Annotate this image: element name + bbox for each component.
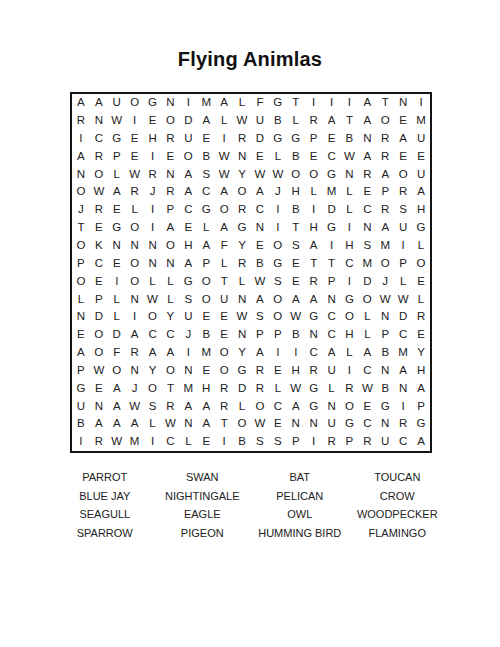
grid-cell-r7c6[interactable]: P	[161, 201, 179, 219]
grid-cell-r7c8[interactable]: G	[197, 201, 215, 219]
grid-cell-r1c15[interactable]: I	[323, 94, 341, 112]
grid-cell-r2c7[interactable]: D	[179, 112, 197, 130]
grid-cell-r16c5[interactable]: Y	[144, 362, 162, 380]
grid-cell-r15c2[interactable]: O	[90, 344, 108, 362]
grid-cell-r19c2[interactable]: A	[90, 415, 108, 433]
grid-cell-r1c7[interactable]: I	[179, 94, 197, 112]
grid-cell-r14c11[interactable]: P	[251, 326, 269, 344]
grid-cell-r4c10[interactable]: N	[233, 148, 251, 166]
grid-cell-r9c2[interactable]: K	[90, 237, 108, 255]
grid-cell-r17c10[interactable]: D	[233, 380, 251, 398]
grid-cell-r5c10[interactable]: Y	[233, 165, 251, 183]
grid-cell-r17c4[interactable]: J	[126, 380, 144, 398]
grid-cell-r19c8[interactable]: A	[197, 415, 215, 433]
grid-cell-r1c1[interactable]: A	[72, 94, 90, 112]
grid-cell-r10c4[interactable]: O	[126, 255, 144, 273]
grid-cell-r20c3[interactable]: W	[108, 433, 126, 451]
grid-cell-r18c7[interactable]: A	[179, 397, 197, 415]
grid-cell-r3c10[interactable]: R	[233, 130, 251, 148]
grid-cell-r6c3[interactable]: A	[108, 183, 126, 201]
grid-cell-r6c14[interactable]: L	[305, 183, 323, 201]
grid-cell-r11c19[interactable]: L	[394, 273, 412, 291]
grid-cell-r14c10[interactable]: N	[233, 326, 251, 344]
grid-cell-r1c13[interactable]: T	[287, 94, 305, 112]
grid-cell-r14c8[interactable]: B	[197, 326, 215, 344]
grid-cell-r3c14[interactable]: P	[305, 130, 323, 148]
grid-cell-r20c7[interactable]: L	[179, 433, 197, 451]
grid-cell-r5c13[interactable]: O	[287, 165, 305, 183]
grid-cell-r11c16[interactable]: I	[340, 273, 358, 291]
grid-cell-r18c19[interactable]: I	[394, 397, 412, 415]
grid-cell-r9c19[interactable]: I	[394, 237, 412, 255]
grid-cell-r2c8[interactable]: A	[197, 112, 215, 130]
grid-cell-r10c9[interactable]: L	[215, 255, 233, 273]
grid-cell-r10c6[interactable]: N	[161, 255, 179, 273]
grid-cell-r6c20[interactable]: A	[412, 183, 430, 201]
grid-cell-r4c5[interactable]: I	[144, 148, 162, 166]
grid-cell-r8c8[interactable]: L	[197, 219, 215, 237]
grid-cell-r10c13[interactable]: E	[287, 255, 305, 273]
grid-cell-r11c8[interactable]: O	[197, 273, 215, 291]
grid-cell-r6c6[interactable]: R	[161, 183, 179, 201]
grid-cell-r14c18[interactable]: P	[376, 326, 394, 344]
grid-cell-r15c8[interactable]: M	[197, 344, 215, 362]
grid-cell-r6c8[interactable]: C	[197, 183, 215, 201]
grid-cell-r15c12[interactable]: I	[269, 344, 287, 362]
grid-cell-r20c8[interactable]: E	[197, 433, 215, 451]
grid-cell-r11c5[interactable]: L	[144, 273, 162, 291]
grid-cell-r7c18[interactable]: R	[376, 201, 394, 219]
grid-cell-r10c11[interactable]: B	[251, 255, 269, 273]
grid-cell-r5c17[interactable]: R	[358, 165, 376, 183]
grid-cell-r19c5[interactable]: L	[144, 415, 162, 433]
grid-cell-r10c20[interactable]: O	[412, 255, 430, 273]
grid-cell-r17c17[interactable]: W	[358, 380, 376, 398]
grid-cell-r13c18[interactable]: N	[376, 308, 394, 326]
grid-cell-r9c6[interactable]: O	[161, 237, 179, 255]
grid-cell-r18c3[interactable]: A	[108, 397, 126, 415]
grid-cell-r13c4[interactable]: I	[126, 308, 144, 326]
grid-cell-r20c9[interactable]: I	[215, 433, 233, 451]
grid-cell-r2c12[interactable]: B	[269, 112, 287, 130]
grid-cell-r8c4[interactable]: O	[126, 219, 144, 237]
grid-cell-r1c8[interactable]: M	[197, 94, 215, 112]
grid-cell-r12c8[interactable]: O	[197, 290, 215, 308]
grid-cell-r13c7[interactable]: U	[179, 308, 197, 326]
grid-cell-r17c7[interactable]: M	[179, 380, 197, 398]
grid-cell-r19c18[interactable]: N	[376, 415, 394, 433]
grid-cell-r12c9[interactable]: U	[215, 290, 233, 308]
grid-cell-r19c10[interactable]: O	[233, 415, 251, 433]
grid-cell-r12c14[interactable]: A	[305, 290, 323, 308]
grid-cell-r15c3[interactable]: F	[108, 344, 126, 362]
grid-cell-r16c18[interactable]: N	[376, 362, 394, 380]
grid-cell-r6c11[interactable]: A	[251, 183, 269, 201]
grid-cell-r8c16[interactable]: I	[340, 219, 358, 237]
grid-cell-r1c11[interactable]: F	[251, 94, 269, 112]
grid-cell-r14c17[interactable]: L	[358, 326, 376, 344]
grid-cell-r9c12[interactable]: O	[269, 237, 287, 255]
grid-cell-r16c20[interactable]: H	[412, 362, 430, 380]
grid-cell-r1c17[interactable]: A	[358, 94, 376, 112]
grid-cell-r17c11[interactable]: R	[251, 380, 269, 398]
grid-cell-r2c17[interactable]: A	[358, 112, 376, 130]
grid-cell-r15c17[interactable]: A	[358, 344, 376, 362]
grid-cell-r5c19[interactable]: O	[394, 165, 412, 183]
grid-cell-r18c2[interactable]: N	[90, 397, 108, 415]
grid-cell-r20c14[interactable]: I	[305, 433, 323, 451]
grid-cell-r5c2[interactable]: O	[90, 165, 108, 183]
grid-cell-r18c12[interactable]: C	[269, 397, 287, 415]
grid-cell-r20c10[interactable]: B	[233, 433, 251, 451]
grid-cell-r6c17[interactable]: E	[358, 183, 376, 201]
grid-cell-r11c20[interactable]: E	[412, 273, 430, 291]
grid-cell-r16c2[interactable]: W	[90, 362, 108, 380]
grid-cell-r11c9[interactable]: T	[215, 273, 233, 291]
grid-cell-r8c12[interactable]: I	[269, 219, 287, 237]
grid-cell-r13c17[interactable]: L	[358, 308, 376, 326]
grid-cell-r2c15[interactable]: A	[323, 112, 341, 130]
grid-cell-r16c11[interactable]: R	[251, 362, 269, 380]
grid-cell-r6c7[interactable]: A	[179, 183, 197, 201]
grid-cell-r7c20[interactable]: H	[412, 201, 430, 219]
grid-cell-r14c5[interactable]: C	[144, 326, 162, 344]
grid-cell-r17c19[interactable]: N	[394, 380, 412, 398]
grid-cell-r12c16[interactable]: G	[340, 290, 358, 308]
grid-cell-r19c3[interactable]: A	[108, 415, 126, 433]
grid-cell-r9c7[interactable]: H	[179, 237, 197, 255]
grid-cell-r10c17[interactable]: M	[358, 255, 376, 273]
grid-cell-r14c14[interactable]: N	[305, 326, 323, 344]
grid-cell-r16c4[interactable]: N	[126, 362, 144, 380]
grid-cell-r3c17[interactable]: N	[358, 130, 376, 148]
grid-cell-r2c16[interactable]: T	[340, 112, 358, 130]
grid-cell-r4c1[interactable]: A	[72, 148, 90, 166]
grid-cell-r10c12[interactable]: G	[269, 255, 287, 273]
grid-cell-r6c4[interactable]: R	[126, 183, 144, 201]
grid-cell-r17c15[interactable]: L	[323, 380, 341, 398]
grid-cell-r13c8[interactable]: E	[197, 308, 215, 326]
grid-cell-r10c7[interactable]: A	[179, 255, 197, 273]
grid-cell-r6c15[interactable]: M	[323, 183, 341, 201]
grid-cell-r14c2[interactable]: O	[90, 326, 108, 344]
grid-cell-r5c9[interactable]: W	[215, 165, 233, 183]
grid-cell-r3c19[interactable]: A	[394, 130, 412, 148]
grid-cell-r20c12[interactable]: S	[269, 433, 287, 451]
grid-cell-r7c16[interactable]: L	[340, 201, 358, 219]
grid-cell-r2c4[interactable]: I	[126, 112, 144, 130]
grid-cell-r1c2[interactable]: A	[90, 94, 108, 112]
grid-cell-r20c4[interactable]: M	[126, 433, 144, 451]
grid-cell-r14c9[interactable]: E	[215, 326, 233, 344]
grid-cell-r4c13[interactable]: B	[287, 148, 305, 166]
grid-cell-r19c20[interactable]: G	[412, 415, 430, 433]
grid-cell-r2c5[interactable]: E	[144, 112, 162, 130]
grid-cell-r16c3[interactable]: O	[108, 362, 126, 380]
grid-cell-r18c1[interactable]: U	[72, 397, 90, 415]
grid-cell-r4c12[interactable]: L	[269, 148, 287, 166]
grid-cell-r2c6[interactable]: O	[161, 112, 179, 130]
grid-cell-r12c4[interactable]: N	[126, 290, 144, 308]
grid-cell-r18c17[interactable]: E	[358, 397, 376, 415]
grid-cell-r7c15[interactable]: D	[323, 201, 341, 219]
grid-cell-r12c11[interactable]: A	[251, 290, 269, 308]
grid-cell-r7c9[interactable]: O	[215, 201, 233, 219]
grid-cell-r3c6[interactable]: R	[161, 130, 179, 148]
grid-cell-r14c4[interactable]: A	[126, 326, 144, 344]
grid-cell-r17c5[interactable]: O	[144, 380, 162, 398]
grid-cell-r1c14[interactable]: I	[305, 94, 323, 112]
grid-cell-r18c6[interactable]: R	[161, 397, 179, 415]
grid-cell-r11c15[interactable]: P	[323, 273, 341, 291]
grid-cell-r9c20[interactable]: L	[412, 237, 430, 255]
grid-cell-r9c4[interactable]: N	[126, 237, 144, 255]
grid-cell-r15c20[interactable]: Y	[412, 344, 430, 362]
grid-cell-r20c15[interactable]: R	[323, 433, 341, 451]
grid-cell-r8c6[interactable]: A	[161, 219, 179, 237]
grid-cell-r10c18[interactable]: O	[376, 255, 394, 273]
grid-cell-r11c7[interactable]: G	[179, 273, 197, 291]
grid-cell-r13c20[interactable]: R	[412, 308, 430, 326]
grid-cell-r13c1[interactable]: N	[72, 308, 90, 326]
grid-cell-r18c11[interactable]: O	[251, 397, 269, 415]
grid-cell-r18c9[interactable]: R	[215, 397, 233, 415]
grid-cell-r11c14[interactable]: R	[305, 273, 323, 291]
grid-cell-r5c5[interactable]: R	[144, 165, 162, 183]
grid-cell-r16c6[interactable]: O	[161, 362, 179, 380]
grid-cell-r19c4[interactable]: A	[126, 415, 144, 433]
grid-cell-r4c18[interactable]: R	[376, 148, 394, 166]
grid-cell-r10c8[interactable]: P	[197, 255, 215, 273]
grid-cell-r19c14[interactable]: N	[305, 415, 323, 433]
grid-cell-r5c18[interactable]: A	[376, 165, 394, 183]
grid-cell-r18c20[interactable]: P	[412, 397, 430, 415]
grid-cell-r9c10[interactable]: Y	[233, 237, 251, 255]
grid-cell-r16c7[interactable]: N	[179, 362, 197, 380]
grid-cell-r13c12[interactable]: O	[269, 308, 287, 326]
grid-cell-r19c15[interactable]: U	[323, 415, 341, 433]
grid-cell-r17c16[interactable]: R	[340, 380, 358, 398]
grid-cell-r13c13[interactable]: W	[287, 308, 305, 326]
grid-cell-r14c1[interactable]: E	[72, 326, 90, 344]
grid-cell-r17c20[interactable]: A	[412, 380, 430, 398]
grid-cell-r10c5[interactable]: N	[144, 255, 162, 273]
grid-cell-r3c16[interactable]: B	[340, 130, 358, 148]
grid-cell-r12c3[interactable]: L	[108, 290, 126, 308]
grid-cell-r8c5[interactable]: I	[144, 219, 162, 237]
grid-cell-r18c14[interactable]: G	[305, 397, 323, 415]
grid-cell-r9c8[interactable]: A	[197, 237, 215, 255]
grid-cell-r20c2[interactable]: R	[90, 433, 108, 451]
grid-cell-r11c18[interactable]: J	[376, 273, 394, 291]
grid-cell-r17c18[interactable]: B	[376, 380, 394, 398]
grid-cell-r17c6[interactable]: T	[161, 380, 179, 398]
grid-cell-r4c20[interactable]: E	[412, 148, 430, 166]
grid-cell-r3c20[interactable]: U	[412, 130, 430, 148]
grid-cell-r19c19[interactable]: R	[394, 415, 412, 433]
grid-cell-r6c9[interactable]: A	[215, 183, 233, 201]
grid-cell-r9c13[interactable]: S	[287, 237, 305, 255]
grid-cell-r18c5[interactable]: S	[144, 397, 162, 415]
grid-cell-r5c6[interactable]: N	[161, 165, 179, 183]
grid-cell-r4c6[interactable]: E	[161, 148, 179, 166]
grid-cell-r5c12[interactable]: W	[269, 165, 287, 183]
grid-cell-r15c5[interactable]: A	[144, 344, 162, 362]
grid-cell-r5c11[interactable]: W	[251, 165, 269, 183]
grid-cell-r16c10[interactable]: G	[233, 362, 251, 380]
grid-cell-r15c1[interactable]: A	[72, 344, 90, 362]
grid-cell-r3c3[interactable]: G	[108, 130, 126, 148]
grid-cell-r15c6[interactable]: A	[161, 344, 179, 362]
grid-cell-r3c7[interactable]: U	[179, 130, 197, 148]
grid-cell-r19c13[interactable]: N	[287, 415, 305, 433]
grid-cell-r12c18[interactable]: W	[376, 290, 394, 308]
grid-cell-r8c9[interactable]: A	[215, 219, 233, 237]
grid-cell-r6c18[interactable]: P	[376, 183, 394, 201]
grid-cell-r9c15[interactable]: I	[323, 237, 341, 255]
grid-cell-r15c19[interactable]: M	[394, 344, 412, 362]
grid-cell-r20c17[interactable]: R	[358, 433, 376, 451]
grid-cell-r16c17[interactable]: C	[358, 362, 376, 380]
grid-cell-r19c11[interactable]: W	[251, 415, 269, 433]
grid-cell-r6c13[interactable]: H	[287, 183, 305, 201]
grid-cell-r2c14[interactable]: R	[305, 112, 323, 130]
grid-cell-r2c13[interactable]: L	[287, 112, 305, 130]
grid-cell-r12c10[interactable]: N	[233, 290, 251, 308]
grid-cell-r2c20[interactable]: M	[412, 112, 430, 130]
grid-cell-r16c16[interactable]: I	[340, 362, 358, 380]
grid-cell-r16c15[interactable]: U	[323, 362, 341, 380]
grid-cell-r9c17[interactable]: S	[358, 237, 376, 255]
grid-cell-r9c11[interactable]: E	[251, 237, 269, 255]
grid-cell-r13c3[interactable]: L	[108, 308, 126, 326]
grid-cell-r15c9[interactable]: O	[215, 344, 233, 362]
grid-cell-r3c12[interactable]: G	[269, 130, 287, 148]
grid-cell-r4c15[interactable]: C	[323, 148, 341, 166]
grid-cell-r9c18[interactable]: M	[376, 237, 394, 255]
grid-cell-r3c13[interactable]: G	[287, 130, 305, 148]
grid-cell-r16c1[interactable]: P	[72, 362, 90, 380]
grid-cell-r14c3[interactable]: D	[108, 326, 126, 344]
grid-cell-r7c3[interactable]: E	[108, 201, 126, 219]
grid-cell-r14c6[interactable]: C	[161, 326, 179, 344]
grid-cell-r11c4[interactable]: O	[126, 273, 144, 291]
grid-cell-r5c16[interactable]: N	[340, 165, 358, 183]
grid-cell-r13c16[interactable]: O	[340, 308, 358, 326]
grid-cell-r14c19[interactable]: C	[394, 326, 412, 344]
grid-cell-r6c12[interactable]: J	[269, 183, 287, 201]
grid-cell-r5c14[interactable]: O	[305, 165, 323, 183]
grid-cell-r12c6[interactable]: L	[161, 290, 179, 308]
grid-cell-r8c3[interactable]: G	[108, 219, 126, 237]
grid-cell-r18c8[interactable]: A	[197, 397, 215, 415]
grid-cell-r8c19[interactable]: U	[394, 219, 412, 237]
grid-cell-r3c1[interactable]: I	[72, 130, 90, 148]
grid-cell-r3c15[interactable]: E	[323, 130, 341, 148]
grid-cell-r4c14[interactable]: E	[305, 148, 323, 166]
grid-cell-r12c19[interactable]: W	[394, 290, 412, 308]
grid-cell-r20c19[interactable]: C	[394, 433, 412, 451]
grid-cell-r6c5[interactable]: J	[144, 183, 162, 201]
grid-cell-r12c2[interactable]: P	[90, 290, 108, 308]
grid-cell-r8c20[interactable]: G	[412, 219, 430, 237]
grid-cell-r3c8[interactable]: E	[197, 130, 215, 148]
grid-cell-r15c14[interactable]: C	[305, 344, 323, 362]
grid-cell-r4c11[interactable]: E	[251, 148, 269, 166]
grid-cell-r10c16[interactable]: C	[340, 255, 358, 273]
grid-cell-r4c16[interactable]: W	[340, 148, 358, 166]
grid-cell-r2c10[interactable]: W	[233, 112, 251, 130]
grid-cell-r6c16[interactable]: L	[340, 183, 358, 201]
grid-cell-r12c7[interactable]: S	[179, 290, 197, 308]
grid-cell-r1c10[interactable]: L	[233, 94, 251, 112]
grid-cell-r17c8[interactable]: H	[197, 380, 215, 398]
grid-cell-r12c17[interactable]: O	[358, 290, 376, 308]
grid-cell-r10c15[interactable]: T	[323, 255, 341, 273]
grid-cell-r11c3[interactable]: I	[108, 273, 126, 291]
grid-cell-r10c14[interactable]: T	[305, 255, 323, 273]
grid-cell-r11c10[interactable]: L	[233, 273, 251, 291]
grid-cell-r6c19[interactable]: R	[394, 183, 412, 201]
grid-cell-r16c14[interactable]: R	[305, 362, 323, 380]
grid-cell-r14c13[interactable]: B	[287, 326, 305, 344]
grid-cell-r8c10[interactable]: G	[233, 219, 251, 237]
grid-cell-r1c12[interactable]: G	[269, 94, 287, 112]
grid-cell-r10c1[interactable]: P	[72, 255, 90, 273]
grid-cell-r1c4[interactable]: O	[126, 94, 144, 112]
grid-cell-r8c18[interactable]: A	[376, 219, 394, 237]
grid-cell-r3c4[interactable]: E	[126, 130, 144, 148]
grid-cell-r13c19[interactable]: D	[394, 308, 412, 326]
grid-cell-r20c18[interactable]: U	[376, 433, 394, 451]
grid-cell-r16c13[interactable]: H	[287, 362, 305, 380]
grid-cell-r3c11[interactable]: D	[251, 130, 269, 148]
grid-cell-r19c9[interactable]: T	[215, 415, 233, 433]
grid-cell-r20c11[interactable]: S	[251, 433, 269, 451]
grid-cell-r13c11[interactable]: S	[251, 308, 269, 326]
grid-cell-r20c20[interactable]: A	[412, 433, 430, 451]
grid-cell-r19c16[interactable]: G	[340, 415, 358, 433]
grid-cell-r1c9[interactable]: A	[215, 94, 233, 112]
grid-cell-r15c13[interactable]: I	[287, 344, 305, 362]
grid-cell-r16c12[interactable]: E	[269, 362, 287, 380]
grid-cell-r20c16[interactable]: P	[340, 433, 358, 451]
grid-cell-r9c14[interactable]: A	[305, 237, 323, 255]
grid-cell-r9c1[interactable]: O	[72, 237, 90, 255]
grid-cell-r14c12[interactable]: P	[269, 326, 287, 344]
grid-cell-r11c1[interactable]: O	[72, 273, 90, 291]
grid-cell-r12c13[interactable]: A	[287, 290, 305, 308]
grid-cell-r7c1[interactable]: J	[72, 201, 90, 219]
grid-cell-r4c3[interactable]: P	[108, 148, 126, 166]
grid-cell-r12c5[interactable]: W	[144, 290, 162, 308]
grid-cell-r15c10[interactable]: Y	[233, 344, 251, 362]
grid-cell-r4c9[interactable]: W	[215, 148, 233, 166]
grid-cell-r10c3[interactable]: E	[108, 255, 126, 273]
grid-cell-r1c3[interactable]: U	[108, 94, 126, 112]
grid-cell-r14c15[interactable]: C	[323, 326, 341, 344]
grid-cell-r2c19[interactable]: E	[394, 112, 412, 130]
grid-cell-r14c16[interactable]: H	[340, 326, 358, 344]
grid-cell-r13c6[interactable]: Y	[161, 308, 179, 326]
grid-cell-r5c3[interactable]: L	[108, 165, 126, 183]
grid-cell-r1c6[interactable]: N	[161, 94, 179, 112]
grid-cell-r11c13[interactable]: E	[287, 273, 305, 291]
grid-cell-r8c15[interactable]: G	[323, 219, 341, 237]
grid-cell-r12c12[interactable]: O	[269, 290, 287, 308]
grid-cell-r15c11[interactable]: A	[251, 344, 269, 362]
grid-cell-r16c19[interactable]: A	[394, 362, 412, 380]
